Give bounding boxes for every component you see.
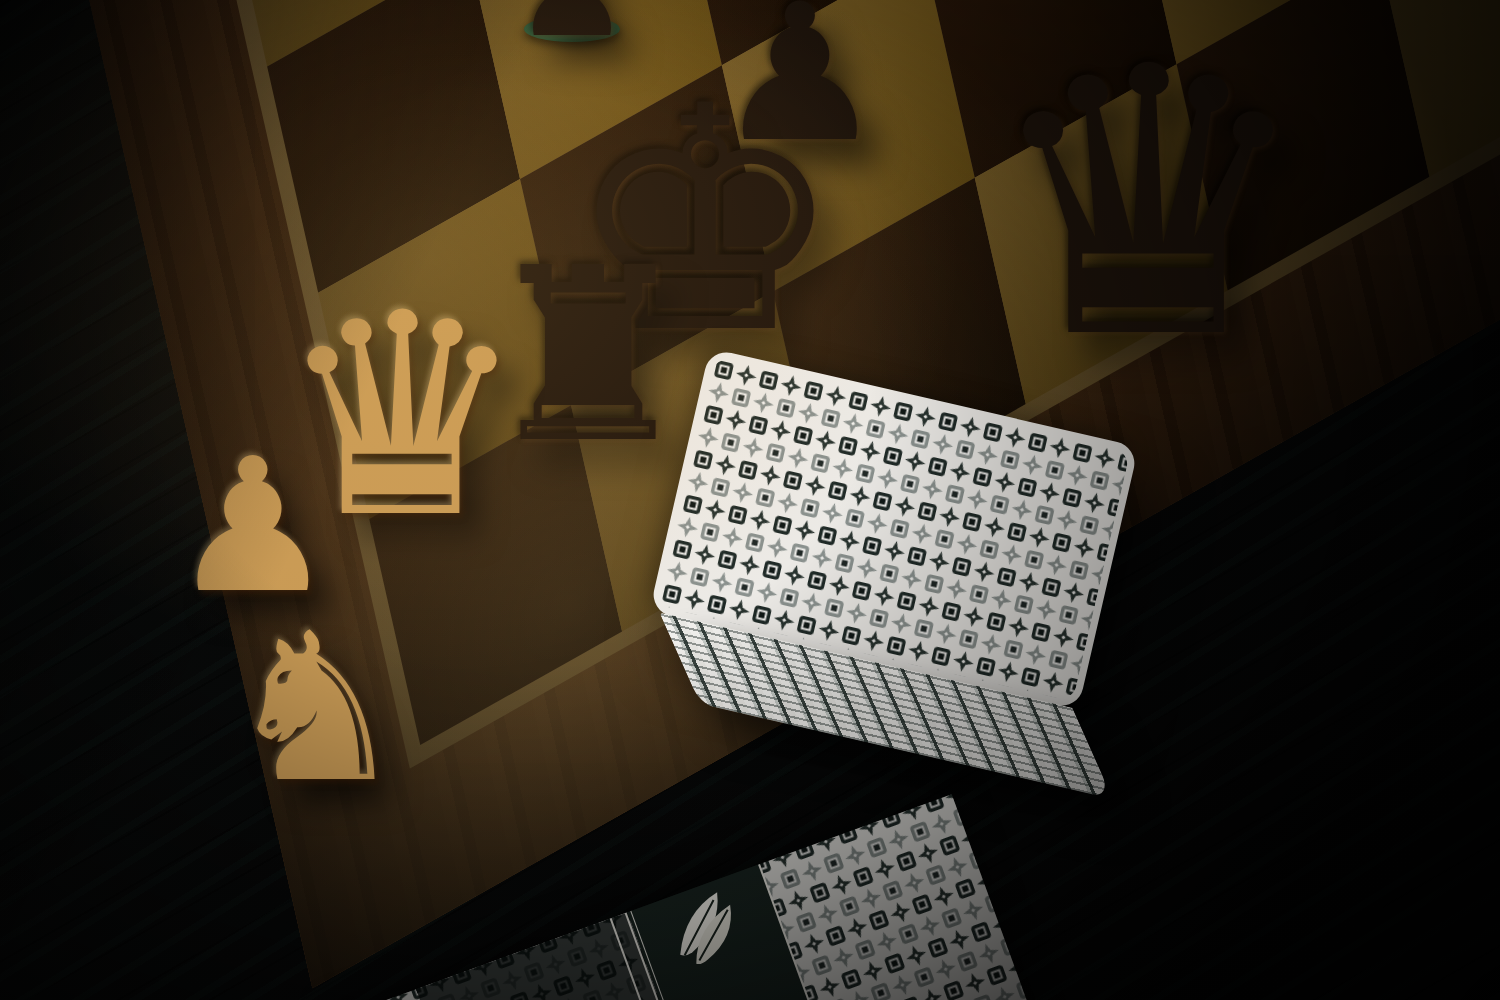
- piece-black-queen-e1[interactable]: ♛: [982, 19, 1314, 389]
- scene: ♛♜♚♛♟♟♟♞: [0, 0, 1500, 1000]
- piece-white-knight-captured[interactable]: ♞: [224, 606, 408, 811]
